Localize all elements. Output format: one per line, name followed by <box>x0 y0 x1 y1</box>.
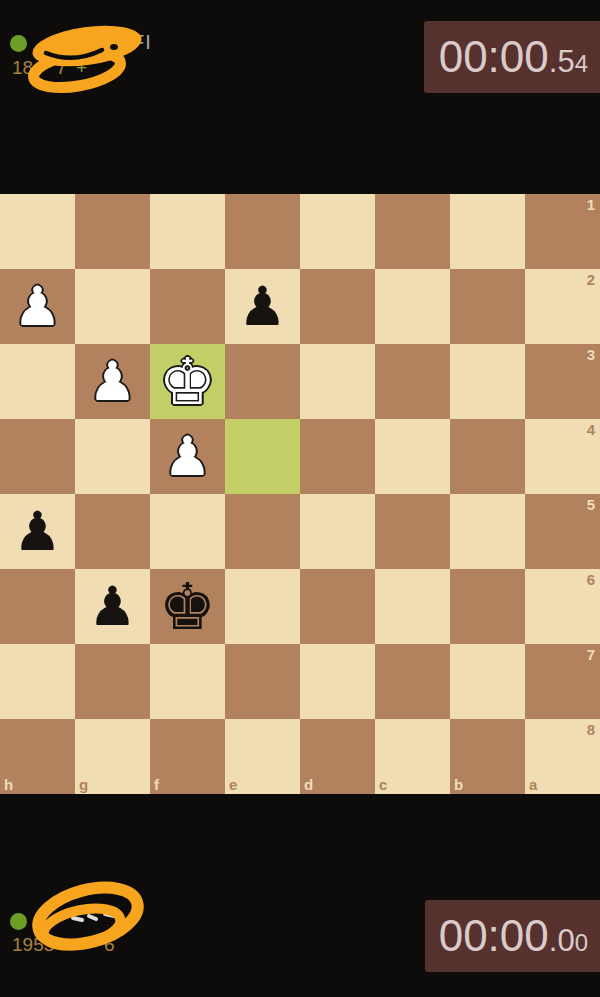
square-c1[interactable] <box>375 194 450 269</box>
piece-white-pawn-h2[interactable]: ♟ <box>0 269 75 344</box>
square-f2[interactable] <box>150 269 225 344</box>
square-f8[interactable]: f <box>150 719 225 794</box>
square-h8[interactable]: h <box>0 719 75 794</box>
square-e4[interactable] <box>225 419 300 494</box>
square-c4[interactable] <box>375 419 450 494</box>
square-h2[interactable]: ♟ <box>0 269 75 344</box>
square-h1[interactable] <box>0 194 75 269</box>
square-a1[interactable]: 1 <box>525 194 600 269</box>
square-f7[interactable] <box>150 644 225 719</box>
clock-bottom-tenths: .0 <box>549 923 575 958</box>
square-a3[interactable]: 3 <box>525 344 600 419</box>
rank-label-8: 8 <box>587 722 595 737</box>
square-h3[interactable] <box>0 344 75 419</box>
clock-bottom-main: 00:00 <box>439 911 549 960</box>
square-c6[interactable] <box>375 569 450 644</box>
piece-white-pawn-g3[interactable]: ♟ <box>75 344 150 419</box>
square-g2[interactable] <box>75 269 150 344</box>
rank-label-6: 6 <box>587 572 595 587</box>
square-c8[interactable]: c <box>375 719 450 794</box>
player-name-fragment-top: FI <box>132 31 152 54</box>
square-b8[interactable]: b <box>450 719 525 794</box>
square-a8[interactable]: 8a <box>525 719 600 794</box>
chess-board[interactable]: 1♟♟2♟♚3♟4♟5♟♚67hgfedcb8a <box>0 194 600 794</box>
rank-label-3: 3 <box>587 347 595 362</box>
square-b3[interactable] <box>450 344 525 419</box>
square-h6[interactable] <box>0 569 75 644</box>
file-label-b: b <box>454 777 463 792</box>
square-e5[interactable] <box>225 494 300 569</box>
online-indicator-bottom <box>10 913 27 930</box>
square-b6[interactable] <box>450 569 525 644</box>
square-g6[interactable]: ♟ <box>75 569 150 644</box>
piece-black-pawn-g6[interactable]: ♟ <box>75 569 150 644</box>
square-d3[interactable] <box>300 344 375 419</box>
square-d7[interactable] <box>300 644 375 719</box>
rank-label-1: 1 <box>587 197 595 212</box>
square-f4[interactable]: ♟ <box>150 419 225 494</box>
square-g4[interactable] <box>75 419 150 494</box>
square-d6[interactable] <box>300 569 375 644</box>
piece-black-king-f6[interactable]: ♚ <box>150 569 225 644</box>
square-e1[interactable] <box>225 194 300 269</box>
square-d5[interactable] <box>300 494 375 569</box>
square-h4[interactable] <box>0 419 75 494</box>
file-label-h: h <box>4 777 13 792</box>
square-e8[interactable]: e <box>225 719 300 794</box>
rank-label-4: 4 <box>587 422 595 437</box>
square-a7[interactable]: 7 <box>525 644 600 719</box>
piece-black-pawn-e2[interactable]: ♟ <box>225 269 300 344</box>
file-label-d: d <box>304 777 313 792</box>
square-e6[interactable] <box>225 569 300 644</box>
clock-bottom-hundredths: 0 <box>575 929 588 956</box>
square-a2[interactable]: 2 <box>525 269 600 344</box>
square-d2[interactable] <box>300 269 375 344</box>
square-b7[interactable] <box>450 644 525 719</box>
square-h7[interactable] <box>0 644 75 719</box>
file-label-a: a <box>529 777 537 792</box>
player-rating-bottom-part1: 1953 <box>12 934 54 956</box>
square-d8[interactable]: d <box>300 719 375 794</box>
square-g1[interactable] <box>75 194 150 269</box>
clock-top-hundredths: 4 <box>575 50 588 77</box>
file-label-g: g <box>79 777 88 792</box>
square-f5[interactable] <box>150 494 225 569</box>
square-c2[interactable] <box>375 269 450 344</box>
file-label-e: e <box>229 777 237 792</box>
rank-label-7: 7 <box>587 647 595 662</box>
piece-white-king-f3[interactable]: ♚ <box>150 344 225 419</box>
square-g7[interactable] <box>75 644 150 719</box>
square-g8[interactable]: g <box>75 719 150 794</box>
square-b5[interactable] <box>450 494 525 569</box>
online-indicator-top <box>10 35 27 52</box>
square-f3[interactable]: ♚ <box>150 344 225 419</box>
square-h5[interactable]: ♟ <box>0 494 75 569</box>
clock-bottom: 00:00.00 <box>425 900 600 972</box>
square-e2[interactable]: ♟ <box>225 269 300 344</box>
clock-top-tenths: .5 <box>549 44 575 79</box>
player-rating-top-part2: 7 <box>56 57 67 79</box>
square-d4[interactable] <box>300 419 375 494</box>
square-f1[interactable] <box>150 194 225 269</box>
clock-top-main: 00:00 <box>439 32 549 81</box>
square-g5[interactable] <box>75 494 150 569</box>
square-e7[interactable] <box>225 644 300 719</box>
rank-label-5: 5 <box>587 497 595 512</box>
square-a4[interactable]: 4 <box>525 419 600 494</box>
square-a5[interactable]: 5 <box>525 494 600 569</box>
square-f6[interactable]: ♚ <box>150 569 225 644</box>
clock-top: 00:00.54 <box>424 21 600 93</box>
square-e3[interactable] <box>225 344 300 419</box>
piece-white-pawn-f4[interactable]: ♟ <box>150 419 225 494</box>
square-c5[interactable] <box>375 494 450 569</box>
player-rating-top-part1: 18 <box>12 57 33 79</box>
chess-app-screen: { "game": "chess", "position": { "fen": … <box>0 0 600 997</box>
player-rating-bottom-change: 6 <box>104 934 115 956</box>
piece-black-pawn-h5[interactable]: ♟ <box>0 494 75 569</box>
square-c7[interactable] <box>375 644 450 719</box>
square-g3[interactable]: ♟ <box>75 344 150 419</box>
square-b4[interactable] <box>450 419 525 494</box>
square-a6[interactable]: 6 <box>525 569 600 644</box>
rank-label-2: 2 <box>587 272 595 287</box>
square-b2[interactable] <box>450 269 525 344</box>
square-b1[interactable] <box>450 194 525 269</box>
player-rating-top-change: + <box>76 57 87 79</box>
file-label-f: f <box>154 777 159 792</box>
file-label-c: c <box>379 777 387 792</box>
square-d1[interactable] <box>300 194 375 269</box>
square-c3[interactable] <box>375 344 450 419</box>
